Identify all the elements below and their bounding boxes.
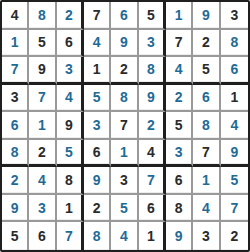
cell-r7c9[interactable]: 5 xyxy=(221,167,248,195)
cell-r2c4[interactable]: 4 xyxy=(84,30,111,58)
cell-r6c4[interactable]: 6 xyxy=(84,140,111,168)
cell-r5c4[interactable]: 3 xyxy=(84,112,111,140)
cell-r6c9[interactable]: 9 xyxy=(221,140,248,168)
sudoku-board: 4827651931564937287931284563745892616193… xyxy=(0,0,250,252)
cell-r6c1[interactable]: 8 xyxy=(2,140,29,168)
cell-r8c8[interactable]: 4 xyxy=(193,195,220,223)
cell-r7c4[interactable]: 9 xyxy=(84,167,111,195)
cell-r2c5[interactable]: 9 xyxy=(111,30,138,58)
cell-r3c1[interactable]: 7 xyxy=(2,57,29,85)
cell-r6c5[interactable]: 1 xyxy=(111,140,138,168)
cell-r1c5[interactable]: 6 xyxy=(111,2,138,30)
cell-r5c3[interactable]: 9 xyxy=(57,112,84,140)
cell-r6c8[interactable]: 7 xyxy=(193,140,220,168)
cell-r3c5[interactable]: 2 xyxy=(111,57,138,85)
cell-r4c1[interactable]: 3 xyxy=(2,85,29,113)
cell-r8c4[interactable]: 2 xyxy=(84,195,111,223)
cell-r8c1[interactable]: 9 xyxy=(2,195,29,223)
cell-r5c9[interactable]: 4 xyxy=(221,112,248,140)
cell-r7c6[interactable]: 7 xyxy=(139,167,166,195)
cell-r9c7[interactable]: 9 xyxy=(166,222,193,250)
cell-r9c8[interactable]: 3 xyxy=(193,222,220,250)
cell-r1c6[interactable]: 5 xyxy=(139,2,166,30)
sudoku-app: 4827651931564937287931284563745892616193… xyxy=(0,0,250,252)
cell-r1c4[interactable]: 7 xyxy=(84,2,111,30)
cell-r9c6[interactable]: 1 xyxy=(139,222,166,250)
cell-r3c2[interactable]: 9 xyxy=(29,57,56,85)
cell-r7c3[interactable]: 8 xyxy=(57,167,84,195)
cell-r7c7[interactable]: 6 xyxy=(166,167,193,195)
cell-r3c3[interactable]: 3 xyxy=(57,57,84,85)
cell-r8c7[interactable]: 8 xyxy=(166,195,193,223)
cell-r4c9[interactable]: 1 xyxy=(221,85,248,113)
cell-r1c9[interactable]: 3 xyxy=(221,2,248,30)
cell-r2c6[interactable]: 3 xyxy=(139,30,166,58)
cell-r9c2[interactable]: 6 xyxy=(29,222,56,250)
cell-r5c1[interactable]: 6 xyxy=(2,112,29,140)
cell-r9c3[interactable]: 7 xyxy=(57,222,84,250)
cell-r5c7[interactable]: 5 xyxy=(166,112,193,140)
cell-r4c7[interactable]: 2 xyxy=(166,85,193,113)
cell-r8c3[interactable]: 1 xyxy=(57,195,84,223)
cell-r8c9[interactable]: 7 xyxy=(221,195,248,223)
cell-r7c1[interactable]: 2 xyxy=(2,167,29,195)
cell-r4c6[interactable]: 9 xyxy=(139,85,166,113)
cell-r7c2[interactable]: 4 xyxy=(29,167,56,195)
cell-r9c4[interactable]: 8 xyxy=(84,222,111,250)
cell-r8c2[interactable]: 3 xyxy=(29,195,56,223)
cell-r9c1[interactable]: 5 xyxy=(2,222,29,250)
cell-r2c1[interactable]: 1 xyxy=(2,30,29,58)
cell-r8c5[interactable]: 5 xyxy=(111,195,138,223)
cell-r2c3[interactable]: 6 xyxy=(57,30,84,58)
cell-r1c2[interactable]: 8 xyxy=(29,2,56,30)
cell-r1c8[interactable]: 9 xyxy=(193,2,220,30)
cell-r5c5[interactable]: 7 xyxy=(111,112,138,140)
cell-r8c6[interactable]: 6 xyxy=(139,195,166,223)
cell-r5c2[interactable]: 1 xyxy=(29,112,56,140)
cell-r3c9[interactable]: 6 xyxy=(221,57,248,85)
cell-r1c1[interactable]: 4 xyxy=(2,2,29,30)
cell-r6c3[interactable]: 5 xyxy=(57,140,84,168)
cell-r5c8[interactable]: 8 xyxy=(193,112,220,140)
cell-r9c5[interactable]: 4 xyxy=(111,222,138,250)
cell-r2c7[interactable]: 7 xyxy=(166,30,193,58)
cell-r6c2[interactable]: 2 xyxy=(29,140,56,168)
cell-r6c6[interactable]: 4 xyxy=(139,140,166,168)
cell-r4c5[interactable]: 8 xyxy=(111,85,138,113)
cell-r4c8[interactable]: 6 xyxy=(193,85,220,113)
cell-r2c2[interactable]: 5 xyxy=(29,30,56,58)
cell-r7c8[interactable]: 1 xyxy=(193,167,220,195)
cell-r3c7[interactable]: 4 xyxy=(166,57,193,85)
cell-r7c5[interactable]: 3 xyxy=(111,167,138,195)
cell-r4c3[interactable]: 4 xyxy=(57,85,84,113)
cell-r2c9[interactable]: 8 xyxy=(221,30,248,58)
cell-r6c7[interactable]: 3 xyxy=(166,140,193,168)
cell-r3c8[interactable]: 5 xyxy=(193,57,220,85)
cell-r3c6[interactable]: 8 xyxy=(139,57,166,85)
cell-r1c3[interactable]: 2 xyxy=(57,2,84,30)
cell-r4c4[interactable]: 5 xyxy=(84,85,111,113)
cell-r5c6[interactable]: 2 xyxy=(139,112,166,140)
cell-r2c8[interactable]: 2 xyxy=(193,30,220,58)
cell-r1c7[interactable]: 1 xyxy=(166,2,193,30)
cell-r4c2[interactable]: 7 xyxy=(29,85,56,113)
cell-r9c9[interactable]: 2 xyxy=(221,222,248,250)
cell-r3c4[interactable]: 1 xyxy=(84,57,111,85)
